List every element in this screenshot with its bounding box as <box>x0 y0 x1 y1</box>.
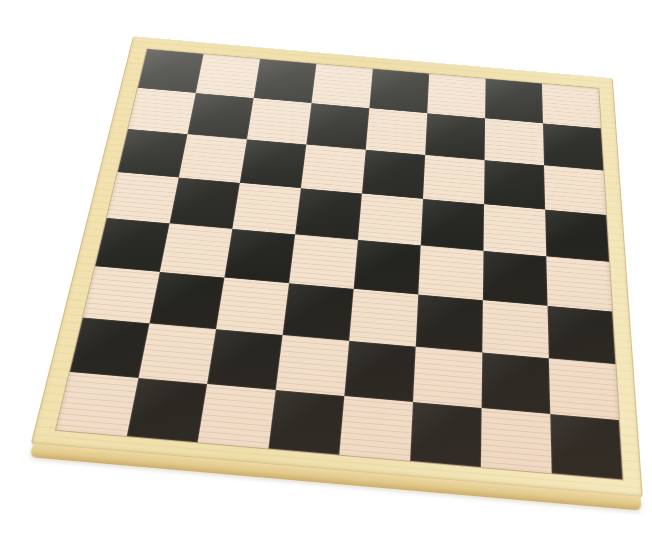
square-f1[interactable] <box>410 402 482 467</box>
photo-background <box>0 0 652 560</box>
square-b7[interactable] <box>188 93 254 139</box>
square-b2[interactable] <box>138 323 216 384</box>
square-a8[interactable] <box>138 49 204 93</box>
square-e6[interactable] <box>362 150 425 199</box>
square-g8[interactable] <box>485 79 543 124</box>
square-b4[interactable] <box>160 223 233 277</box>
square-c3[interactable] <box>216 278 289 335</box>
square-c4[interactable] <box>224 229 295 283</box>
square-g3[interactable] <box>482 300 549 358</box>
square-f5[interactable] <box>421 199 484 251</box>
square-b1[interactable] <box>127 378 207 442</box>
square-h2[interactable] <box>549 358 619 420</box>
square-h5[interactable] <box>545 210 609 262</box>
square-e4[interactable] <box>354 240 421 295</box>
square-b8[interactable] <box>196 54 260 98</box>
square-g4[interactable] <box>483 251 548 306</box>
square-g1[interactable] <box>481 408 552 473</box>
square-g7[interactable] <box>485 118 544 165</box>
square-e1[interactable] <box>339 396 413 461</box>
square-h3[interactable] <box>548 306 616 364</box>
square-h1[interactable] <box>550 414 622 479</box>
square-c5[interactable] <box>232 183 301 235</box>
square-e3[interactable] <box>349 289 418 347</box>
square-d8[interactable] <box>312 64 373 108</box>
square-e5[interactable] <box>358 194 423 246</box>
board <box>31 36 643 498</box>
square-g5[interactable] <box>484 204 547 256</box>
board-frame <box>31 36 643 498</box>
square-f6[interactable] <box>423 155 485 204</box>
square-d3[interactable] <box>283 283 354 341</box>
square-d1[interactable] <box>268 390 344 455</box>
square-a7[interactable] <box>128 88 196 134</box>
square-a3[interactable] <box>83 266 160 323</box>
square-d2[interactable] <box>276 335 349 396</box>
square-f2[interactable] <box>413 347 482 408</box>
square-a4[interactable] <box>95 218 169 272</box>
square-b6[interactable] <box>179 134 247 183</box>
square-c7[interactable] <box>247 98 312 144</box>
square-c1[interactable] <box>198 384 276 449</box>
square-a6[interactable] <box>118 129 188 178</box>
square-h4[interactable] <box>546 256 612 311</box>
square-f3[interactable] <box>416 295 483 353</box>
square-f8[interactable] <box>427 74 485 119</box>
board-grid <box>55 48 624 480</box>
square-b3[interactable] <box>149 272 224 329</box>
square-h8[interactable] <box>542 84 601 129</box>
square-d6[interactable] <box>301 145 366 194</box>
square-c8[interactable] <box>254 59 317 103</box>
square-f4[interactable] <box>418 245 483 300</box>
square-e2[interactable] <box>344 341 415 402</box>
square-h7[interactable] <box>543 123 603 170</box>
square-d4[interactable] <box>289 234 358 289</box>
square-g6[interactable] <box>484 160 545 209</box>
square-d7[interactable] <box>306 103 369 150</box>
square-b5[interactable] <box>170 178 240 229</box>
square-c6[interactable] <box>240 139 307 188</box>
square-a1[interactable] <box>56 372 139 436</box>
square-a5[interactable] <box>107 172 179 223</box>
square-h6[interactable] <box>544 165 606 215</box>
square-e7[interactable] <box>366 108 427 155</box>
square-e8[interactable] <box>369 69 429 113</box>
square-d5[interactable] <box>295 188 362 240</box>
square-f7[interactable] <box>425 113 485 160</box>
square-g2[interactable] <box>482 352 551 414</box>
square-a2[interactable] <box>70 318 150 378</box>
square-c2[interactable] <box>207 329 282 390</box>
